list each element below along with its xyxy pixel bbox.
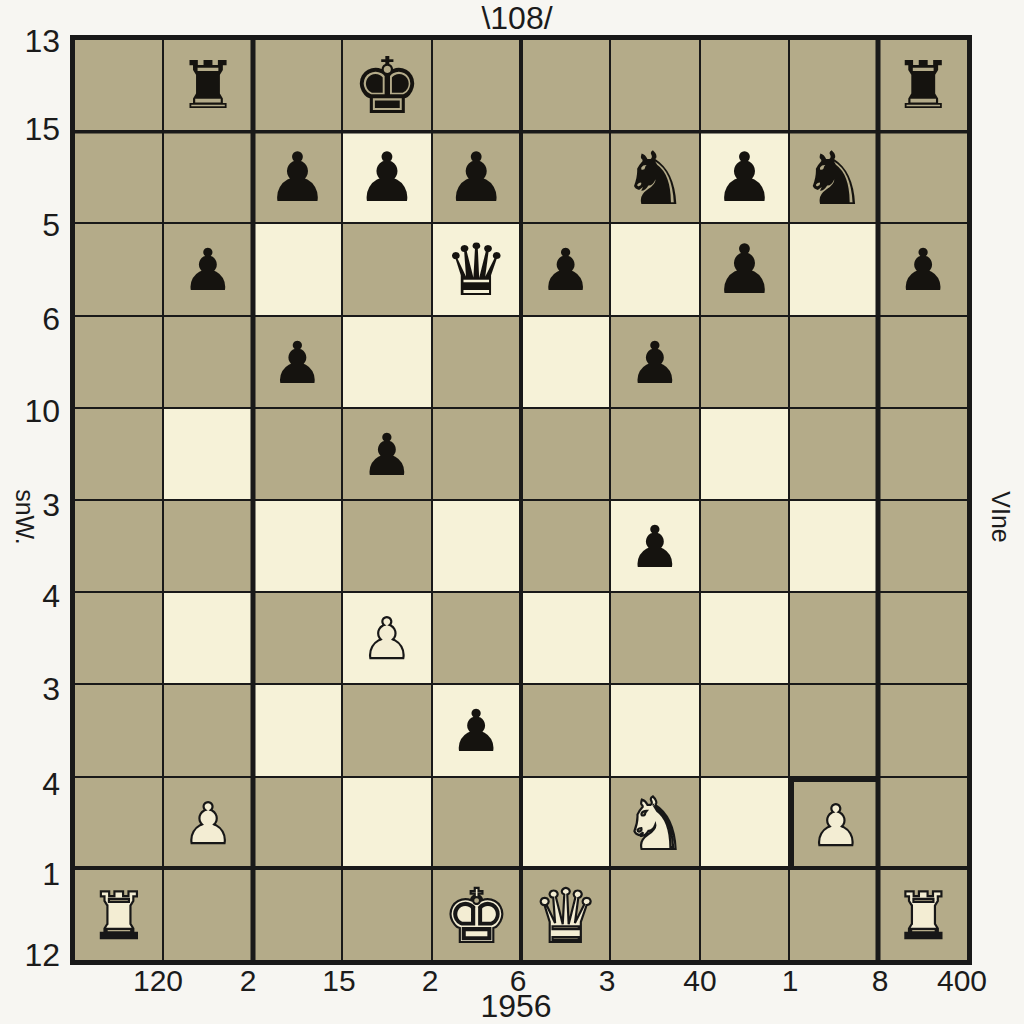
square-r6-c2[interactable] [164, 501, 251, 591]
black-pawn-large[interactable]: ♟ [714, 144, 775, 212]
square-r9-c6[interactable] [522, 778, 609, 868]
square-r3-c9[interactable] [790, 224, 877, 314]
file-label-10: 400 [937, 964, 987, 997]
white-king[interactable]: ♚ [443, 879, 509, 953]
rank-label-2: 15 [0, 113, 60, 145]
right-side-caption: VIne [988, 491, 1013, 542]
square-r6-c1[interactable] [75, 501, 162, 591]
square-r3-c1[interactable] [75, 224, 162, 314]
square-r2-c10[interactable] [880, 132, 967, 222]
white-rook[interactable]: ♜ [90, 884, 147, 948]
square-r2-c2[interactable] [164, 132, 251, 222]
rank-label-3: 5 [0, 209, 60, 241]
square-r6-c5[interactable] [433, 501, 520, 591]
square-r10-c8[interactable] [701, 870, 788, 960]
rank-label-6: 3 [0, 489, 60, 521]
square-r8-c6[interactable] [522, 685, 609, 775]
square-r5-c10[interactable] [880, 409, 967, 499]
square-r1-c3[interactable] [254, 40, 341, 130]
chess-board: ♜♚♜♟♟♟♞♟♞♟♛♟♟♟♟♟♟♟♟♟♟♞♟♜♚♛♜ [70, 35, 972, 965]
square-r3-c3[interactable] [254, 224, 341, 314]
square-r4-c8[interactable] [701, 317, 788, 407]
rank-label-10: 1 [0, 858, 60, 890]
square-r5-c7[interactable] [611, 409, 698, 499]
square-r10-c7[interactable] [611, 870, 698, 960]
square-r7-c6[interactable] [522, 593, 609, 683]
square-r3-c8[interactable]: ♟ [701, 224, 788, 314]
square-r6-c10[interactable] [880, 501, 967, 591]
file-label-9: 8 [872, 964, 889, 997]
white-queen[interactable]: ♛ [533, 879, 599, 953]
white-knight[interactable]: ♞ [623, 788, 688, 860]
square-r5-c8[interactable] [701, 409, 788, 499]
square-r2-c8[interactable]: ♟ [701, 132, 788, 222]
square-r7-c3[interactable] [254, 593, 341, 683]
file-label-1: 120 [133, 964, 183, 997]
square-r10-c1[interactable]: ♜ [75, 870, 162, 960]
file-label-2: 2 [240, 964, 257, 997]
square-r2-c3[interactable]: ♟ [254, 132, 341, 222]
black-pawn-large[interactable]: ♟ [446, 144, 507, 212]
square-r3-c6[interactable]: ♟ [522, 224, 609, 314]
rank-label-8: 3 [0, 673, 60, 705]
square-r2-c4[interactable]: ♟ [343, 132, 430, 222]
black-rook[interactable]: ♜ [179, 53, 238, 119]
square-r2-c5[interactable]: ♟ [433, 132, 520, 222]
square-r5-c9[interactable] [790, 409, 877, 499]
white-pawn[interactable]: ♟ [362, 611, 412, 667]
square-r7-c8[interactable] [701, 593, 788, 683]
black-king[interactable]: ♚ [352, 47, 422, 125]
black-knight[interactable]: ♞ [801, 141, 867, 215]
grid-line-horizontal-r1r2 [75, 131, 967, 134]
square-r1-c1[interactable] [75, 40, 162, 130]
square-r8-c1[interactable] [75, 685, 162, 775]
square-r9-c4[interactable] [343, 778, 430, 868]
square-r2-c1[interactable] [75, 132, 162, 222]
square-r7-c5[interactable] [433, 593, 520, 683]
square-r8-c7[interactable] [611, 685, 698, 775]
file-label-3: 15 [322, 964, 355, 997]
square-r4-c4[interactable] [343, 317, 430, 407]
square-r10-c5[interactable]: ♚ [433, 870, 520, 960]
black-pawn[interactable]: ♟ [450, 702, 502, 760]
square-r5-c3[interactable] [254, 409, 341, 499]
top-caption: \108/ [481, 2, 552, 34]
square-r4-c6[interactable] [522, 317, 609, 407]
square-r10-c2[interactable] [164, 870, 251, 960]
black-queen[interactable]: ♛ [444, 234, 509, 306]
black-pawn[interactable]: ♟ [629, 518, 681, 576]
bottom-caption: 1956 [480, 990, 551, 1022]
square-r7-c10[interactable] [880, 593, 967, 683]
square-r6-c6[interactable] [522, 501, 609, 591]
square-r6-c3[interactable] [254, 501, 341, 591]
square-r1-c5[interactable] [433, 40, 520, 130]
rank-label-9: 4 [0, 768, 60, 800]
square-r4-c5[interactable] [433, 317, 520, 407]
square-r3-c4[interactable] [343, 224, 430, 314]
square-r7-c7[interactable] [611, 593, 698, 683]
square-r2-c6[interactable] [522, 132, 609, 222]
square-r4-c3[interactable]: ♟ [254, 317, 341, 407]
black-pawn[interactable]: ♟ [361, 426, 413, 484]
square-r4-c10[interactable] [880, 317, 967, 407]
square-r10-c6[interactable]: ♛ [522, 870, 609, 960]
square-r3-c10[interactable]: ♟ [880, 224, 967, 314]
square-r4-c7[interactable]: ♟ [611, 317, 698, 407]
square-r6-c9[interactable] [790, 501, 877, 591]
black-pawn-large[interactable]: ♟ [356, 144, 417, 212]
square-r7-c9[interactable] [790, 593, 877, 683]
grid-line-vertical-c9c10 [875, 40, 880, 960]
square-r3-c7[interactable] [611, 224, 698, 314]
square-r5-c6[interactable] [522, 409, 609, 499]
black-pawn-large[interactable]: ♟ [714, 236, 775, 304]
grid-line-vertical-c2c3 [251, 40, 256, 960]
square-r9-c3[interactable] [254, 778, 341, 868]
square-r3-c2[interactable]: ♟ [164, 224, 251, 314]
square-r8-c9[interactable] [790, 685, 877, 775]
square-r1-c6[interactable] [522, 40, 609, 130]
rank-label-7: 4 [0, 580, 60, 612]
square-r9-c9[interactable]: ♟ [790, 778, 877, 868]
square-r1-c2[interactable]: ♜ [164, 40, 251, 130]
black-pawn[interactable]: ♟ [629, 334, 681, 392]
rank-label-11: 12 [0, 939, 60, 971]
square-r2-c9[interactable]: ♞ [790, 132, 877, 222]
black-pawn[interactable]: ♟ [897, 241, 949, 299]
square-r10-c10[interactable]: ♜ [880, 870, 967, 960]
rank-label-1: 13 [0, 25, 60, 57]
square-r1-c10[interactable]: ♜ [880, 40, 967, 130]
square-r1-c7[interactable] [611, 40, 698, 130]
square-r9-c2[interactable]: ♟ [164, 778, 251, 868]
square-r10-c3[interactable] [254, 870, 341, 960]
file-label-4: 2 [422, 964, 439, 997]
square-r8-c4[interactable] [343, 685, 430, 775]
square-r7-c1[interactable] [75, 593, 162, 683]
file-label-7: 40 [683, 964, 716, 997]
grid-line-horizontal-r9r10 [75, 866, 967, 870]
square-r6-c8[interactable] [701, 501, 788, 591]
square-r10-c9[interactable] [790, 870, 877, 960]
rank-label-4: 6 [0, 303, 60, 335]
black-pawn[interactable]: ♟ [540, 241, 592, 299]
square-r6-c7[interactable]: ♟ [611, 501, 698, 591]
square-r9-c8[interactable] [701, 778, 788, 868]
white-pawn[interactable]: ♟ [183, 796, 233, 852]
square-r5-c4[interactable]: ♟ [343, 409, 430, 499]
square-r10-c4[interactable] [343, 870, 430, 960]
file-label-8: 1 [782, 964, 799, 997]
black-pawn[interactable]: ♟ [182, 241, 234, 299]
black-pawn-large[interactable]: ♟ [267, 144, 328, 212]
square-r9-c1[interactable] [75, 778, 162, 868]
black-pawn[interactable]: ♟ [271, 334, 323, 392]
square-r8-c3[interactable] [254, 685, 341, 775]
square-r6-c4[interactable] [343, 501, 430, 591]
square-r3-c5[interactable]: ♛ [433, 224, 520, 314]
black-knight[interactable]: ♞ [622, 141, 688, 215]
white-rook[interactable]: ♜ [895, 884, 952, 948]
square-r4-c1[interactable] [75, 317, 162, 407]
white-pawn[interactable]: ♟ [811, 798, 861, 854]
square-r7-c4[interactable]: ♟ [343, 593, 430, 683]
square-r8-c8[interactable] [701, 685, 788, 775]
file-label-6: 3 [599, 964, 616, 997]
square-r9-c5[interactable] [433, 778, 520, 868]
square-r9-c7[interactable]: ♞ [611, 778, 698, 868]
rank-label-5: 10 [0, 395, 60, 427]
square-r8-c10[interactable] [880, 685, 967, 775]
square-r4-c9[interactable] [790, 317, 877, 407]
square-r8-c2[interactable] [164, 685, 251, 775]
square-r1-c8[interactable] [701, 40, 788, 130]
grid-line-vertical-c5c6 [519, 40, 523, 960]
square-r2-c7[interactable]: ♞ [611, 132, 698, 222]
square-r1-c4[interactable]: ♚ [343, 40, 430, 130]
black-rook[interactable]: ♜ [894, 53, 953, 119]
square-r1-c9[interactable] [790, 40, 877, 130]
square-r5-c5[interactable] [433, 409, 520, 499]
square-r5-c1[interactable] [75, 409, 162, 499]
chess-diagram-page: \108/ snW. VIne ♜♚♜♟♟♟♞♟♞♟♛♟♟♟♟♟♟♟♟♟♟♞♟♜… [0, 0, 1024, 1024]
square-r8-c5[interactable]: ♟ [433, 685, 520, 775]
square-r5-c2[interactable] [164, 409, 251, 499]
square-r9-c10[interactable] [880, 778, 967, 868]
square-r7-c2[interactable] [164, 593, 251, 683]
square-r4-c2[interactable] [164, 317, 251, 407]
